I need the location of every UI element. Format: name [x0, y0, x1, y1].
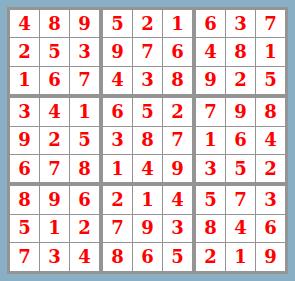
sudoku-cell[interactable]: 1: [133, 186, 162, 213]
sudoku-cell[interactable]: 7: [256, 10, 285, 37]
sudoku-cell[interactable]: 5: [103, 10, 132, 37]
sudoku-cell[interactable]: 1: [163, 10, 192, 37]
sudoku-cell[interactable]: 7: [133, 38, 162, 65]
sudoku-cell[interactable]: 5: [226, 155, 255, 182]
sudoku-cell[interactable]: 7: [163, 127, 192, 154]
sudoku-cell[interactable]: 9: [70, 10, 99, 37]
sudoku-cell[interactable]: 1: [10, 67, 39, 94]
sudoku-board: 4895216372539764811674389253416527989253…: [7, 7, 288, 274]
sudoku-cell[interactable]: 7: [70, 67, 99, 94]
sudoku-cell[interactable]: 4: [103, 67, 132, 94]
sudoku-cell[interactable]: 1: [103, 155, 132, 182]
sudoku-cell[interactable]: 1: [40, 215, 69, 242]
sudoku-cell[interactable]: 3: [196, 155, 225, 182]
sudoku-cell[interactable]: 2: [163, 98, 192, 125]
sudoku-cell[interactable]: 5: [133, 98, 162, 125]
sudoku-cell[interactable]: 5: [196, 186, 225, 213]
sudoku-cell[interactable]: 6: [256, 215, 285, 242]
sudoku-cell[interactable]: 9: [133, 215, 162, 242]
sudoku-cell[interactable]: 5: [10, 215, 39, 242]
sudoku-cell[interactable]: 8: [256, 98, 285, 125]
sudoku-cell[interactable]: 9: [40, 186, 69, 213]
sudoku-cell[interactable]: 6: [133, 243, 162, 270]
sudoku-cell[interactable]: 5: [40, 38, 69, 65]
sudoku-cell[interactable]: 7: [226, 186, 255, 213]
sudoku-cell[interactable]: 4: [40, 98, 69, 125]
sudoku-cell[interactable]: 8: [103, 243, 132, 270]
sudoku-cell[interactable]: 9: [103, 38, 132, 65]
sudoku-cell[interactable]: 9: [196, 67, 225, 94]
sudoku-cell[interactable]: 3: [40, 243, 69, 270]
sudoku-cell[interactable]: 6: [10, 155, 39, 182]
sudoku-cell[interactable]: 7: [10, 243, 39, 270]
sudoku-cell[interactable]: 4: [256, 127, 285, 154]
sudoku-cell[interactable]: 6: [226, 127, 255, 154]
sudoku-cell[interactable]: 6: [163, 38, 192, 65]
sudoku-cell[interactable]: 2: [40, 127, 69, 154]
sudoku-cell[interactable]: 8: [196, 215, 225, 242]
sudoku-cell[interactable]: 2: [133, 10, 162, 37]
sudoku-cell[interactable]: 1: [196, 127, 225, 154]
sudoku-cell[interactable]: 7: [103, 215, 132, 242]
sudoku-cell[interactable]: 1: [226, 243, 255, 270]
sudoku-cell[interactable]: 1: [70, 98, 99, 125]
sudoku-cell[interactable]: 9: [256, 243, 285, 270]
sudoku-cell[interactable]: 6: [196, 10, 225, 37]
sudoku-cell[interactable]: 8: [133, 127, 162, 154]
sudoku-cell[interactable]: 2: [70, 215, 99, 242]
sudoku-cell[interactable]: 3: [103, 127, 132, 154]
sudoku-cell[interactable]: 5: [163, 243, 192, 270]
sudoku-cell[interactable]: 8: [40, 10, 69, 37]
sudoku-cell[interactable]: 9: [163, 155, 192, 182]
sudoku-cell[interactable]: 1: [256, 38, 285, 65]
sudoku-cell[interactable]: 2: [226, 67, 255, 94]
sudoku-cell[interactable]: 3: [10, 98, 39, 125]
sudoku-cell[interactable]: 7: [196, 98, 225, 125]
sudoku-cell[interactable]: 4: [70, 243, 99, 270]
sudoku-cell[interactable]: 8: [163, 67, 192, 94]
sudoku-cell[interactable]: 8: [70, 155, 99, 182]
sudoku-cell[interactable]: 4: [10, 10, 39, 37]
sudoku-cell[interactable]: 2: [256, 155, 285, 182]
sudoku-cell[interactable]: 2: [10, 38, 39, 65]
sudoku-cell[interactable]: 9: [10, 127, 39, 154]
sudoku-cell[interactable]: 6: [70, 186, 99, 213]
sudoku-cell[interactable]: 8: [10, 186, 39, 213]
sudoku-cell[interactable]: 4: [133, 155, 162, 182]
sudoku-cell[interactable]: 4: [196, 38, 225, 65]
sudoku-cell[interactable]: 3: [133, 67, 162, 94]
sudoku-cell[interactable]: 3: [226, 10, 255, 37]
sudoku-cell[interactable]: 3: [70, 38, 99, 65]
sudoku-cell[interactable]: 5: [70, 127, 99, 154]
sudoku-cell[interactable]: 3: [256, 186, 285, 213]
sudoku-cell[interactable]: 3: [163, 215, 192, 242]
sudoku-cell[interactable]: 8: [226, 38, 255, 65]
sudoku-cell[interactable]: 4: [226, 215, 255, 242]
sudoku-board-frame: 4895216372539764811674389253416527989253…: [0, 0, 295, 281]
sudoku-cell[interactable]: 2: [103, 186, 132, 213]
sudoku-cell[interactable]: 4: [163, 186, 192, 213]
sudoku-cell[interactable]: 7: [40, 155, 69, 182]
sudoku-cell[interactable]: 6: [103, 98, 132, 125]
sudoku-cell[interactable]: 2: [196, 243, 225, 270]
sudoku-cell[interactable]: 5: [256, 67, 285, 94]
sudoku-cell[interactable]: 6: [40, 67, 69, 94]
sudoku-cell[interactable]: 9: [226, 98, 255, 125]
